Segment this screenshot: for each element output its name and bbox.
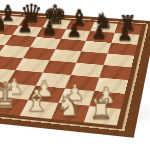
piece-white-rook[interactable]: ♜ xyxy=(88,96,113,123)
board-frame-inlay: ♜♞♝♛♚♝♞♜♟♟♟♟♟♟♟♟♟♟♟♟♟♟♟♟♜♞♝♛♚♝♞♜ xyxy=(0,10,149,131)
piece-black-pawn[interactable]: ♟ xyxy=(66,22,82,40)
photo-scene: ♜♞♝♛♚♝♞♜♟♟♟♟♟♟♟♟♟♟♟♟♟♟♟♟♜♞♝♛♚♝♞♜ xyxy=(0,0,150,150)
piece-black-pawn[interactable]: ♟ xyxy=(41,20,57,38)
photo-canvas: ♜♞♝♛♚♝♞♜♟♟♟♟♟♟♟♟♟♟♟♟♟♟♟♟♜♞♝♛♚♝♞♜ xyxy=(0,0,150,150)
piece-black-pawn[interactable]: ♟ xyxy=(116,26,132,44)
piece-white-knight[interactable]: ♞ xyxy=(55,91,81,120)
piece-black-pawn[interactable]: ♟ xyxy=(17,18,33,35)
square-h1[interactable]: ♜ xyxy=(84,106,121,126)
piece-black-pawn[interactable]: ♟ xyxy=(0,16,8,33)
piece-black-pawn[interactable]: ♟ xyxy=(91,24,107,42)
chess-board: ♜♞♝♛♚♝♞♜♟♟♟♟♟♟♟♟♟♟♟♟♟♟♟♟♜♞♝♛♚♝♞♜ xyxy=(0,7,150,138)
board-grid: ♜♞♝♛♚♝♞♜♟♟♟♟♟♟♟♟♟♟♟♟♟♟♟♟♜♞♝♛♚♝♞♜ xyxy=(0,12,142,125)
piece-white-bishop[interactable]: ♝ xyxy=(23,87,50,117)
piece-white-king[interactable]: ♚ xyxy=(0,78,20,113)
